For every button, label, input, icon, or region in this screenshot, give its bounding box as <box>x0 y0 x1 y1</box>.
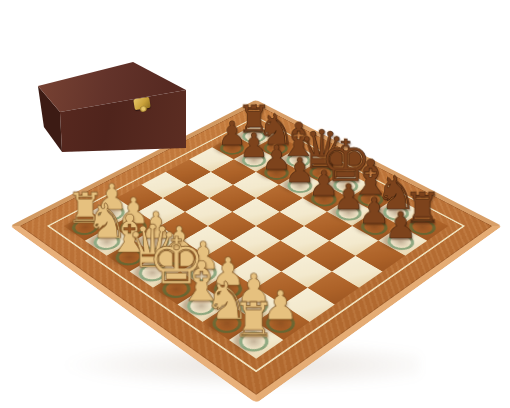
piece-white-rook[interactable]: ♜ <box>232 297 275 345</box>
storage-box <box>30 56 192 156</box>
product-photo-stage: ♜♞♝♛♚♝♞♜♟♟♟♟♟♟♟♟♟♟♟♟♟♟♟♟♜♞♝♛♚♝♞♜ <box>0 0 510 408</box>
piece-dark-pawn[interactable]: ♟ <box>384 208 417 245</box>
